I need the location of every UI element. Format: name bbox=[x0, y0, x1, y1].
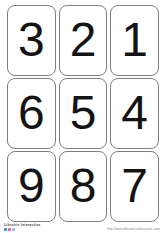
card-digit: 8 bbox=[70, 162, 97, 212]
card-digit: 6 bbox=[18, 89, 45, 139]
card-digit: 1 bbox=[121, 16, 148, 66]
card-digit: 3 bbox=[18, 16, 45, 66]
footer: Librairie Interactive http://www.librair… bbox=[4, 223, 160, 231]
twitter-icon bbox=[12, 228, 15, 231]
number-card: 6 bbox=[7, 78, 56, 149]
social-icons bbox=[4, 228, 41, 231]
card-digit: 4 bbox=[121, 89, 148, 139]
number-card: 8 bbox=[59, 151, 108, 222]
number-card: 7 bbox=[110, 151, 159, 222]
number-card: 2 bbox=[59, 5, 108, 76]
pinterest-icon bbox=[8, 228, 11, 231]
number-card: 1 bbox=[110, 5, 159, 76]
card-digit: 9 bbox=[18, 162, 45, 212]
brand-text: Librairie Interactive bbox=[4, 223, 41, 227]
number-card: 9 bbox=[7, 151, 56, 222]
card-digit: 2 bbox=[70, 16, 97, 66]
facebook-icon bbox=[4, 228, 7, 231]
footer-url: http://www.librairie-interactive.com bbox=[107, 227, 160, 231]
cards-grid: 3 2 1 6 5 4 9 8 7 bbox=[7, 5, 159, 222]
card-digit: 7 bbox=[121, 162, 148, 212]
card-digit: 5 bbox=[70, 89, 97, 139]
number-card: 3 bbox=[7, 5, 56, 76]
brand-block: Librairie Interactive bbox=[4, 223, 41, 231]
flashcard-sheet: 3 2 1 6 5 4 9 8 7 Librairie Interactive bbox=[0, 0, 165, 233]
number-card: 5 bbox=[59, 78, 108, 149]
number-card: 4 bbox=[110, 78, 159, 149]
